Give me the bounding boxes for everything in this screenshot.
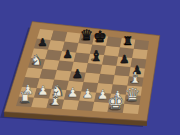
piece-black-pawn-c6[interactable]: ♟ <box>63 48 73 61</box>
piece-black-queen-d8[interactable]: ♛ <box>80 26 93 43</box>
piece-black-rook-g8[interactable]: ♜ <box>123 34 133 48</box>
square-h7[interactable] <box>132 49 147 60</box>
square-h1[interactable] <box>123 104 140 114</box>
square-f7[interactable] <box>104 46 120 57</box>
square-b4[interactable] <box>40 69 57 80</box>
piece-black-pawn-a7[interactable]: ♟ <box>38 36 48 49</box>
square-d6[interactable] <box>74 52 90 63</box>
piece-black-bishop-e6[interactable]: ♝ <box>90 48 103 64</box>
piece-black-pawn-g6[interactable]: ♟ <box>119 53 129 66</box>
square-f5[interactable] <box>100 64 116 75</box>
square-f8[interactable] <box>106 37 122 48</box>
piece-white-pawn-d2[interactable]: ♟ <box>67 85 78 100</box>
square-h8[interactable] <box>134 40 149 51</box>
piece-white-knight-a5[interactable]: ♞ <box>30 52 43 68</box>
piece-white-bishop-c1[interactable]: ♝ <box>48 89 63 109</box>
square-e4[interactable] <box>84 73 101 84</box>
piece-white-queen-h2[interactable]: ♛ <box>124 84 140 105</box>
square-c8[interactable] <box>65 32 81 43</box>
piece-white-pawn-e2[interactable]: ♟ <box>82 86 93 101</box>
square-b5[interactable] <box>42 59 59 70</box>
chess-scene: ♛♚♜♟♟♝♟♞♟♟♝♟♟♞♟♟♟♟♛♜♝♚ <box>0 0 180 135</box>
square-b1[interactable] <box>31 97 49 108</box>
piece-white-rook-a1[interactable]: ♜ <box>18 89 31 107</box>
square-f4[interactable] <box>98 74 114 85</box>
square-e1[interactable] <box>77 101 94 111</box>
piece-black-pawn-d4[interactable]: ♟ <box>72 67 83 81</box>
square-b8[interactable] <box>51 31 68 42</box>
square-f6[interactable] <box>102 55 118 66</box>
piece-white-king-g1[interactable]: ♚ <box>107 91 125 114</box>
square-b6[interactable] <box>45 50 62 61</box>
square-d1[interactable] <box>62 100 79 110</box>
square-a4[interactable] <box>25 68 42 79</box>
square-e5[interactable] <box>86 63 102 74</box>
piece-black-king-e8[interactable]: ♚ <box>93 28 107 46</box>
square-c4[interactable] <box>54 70 71 81</box>
